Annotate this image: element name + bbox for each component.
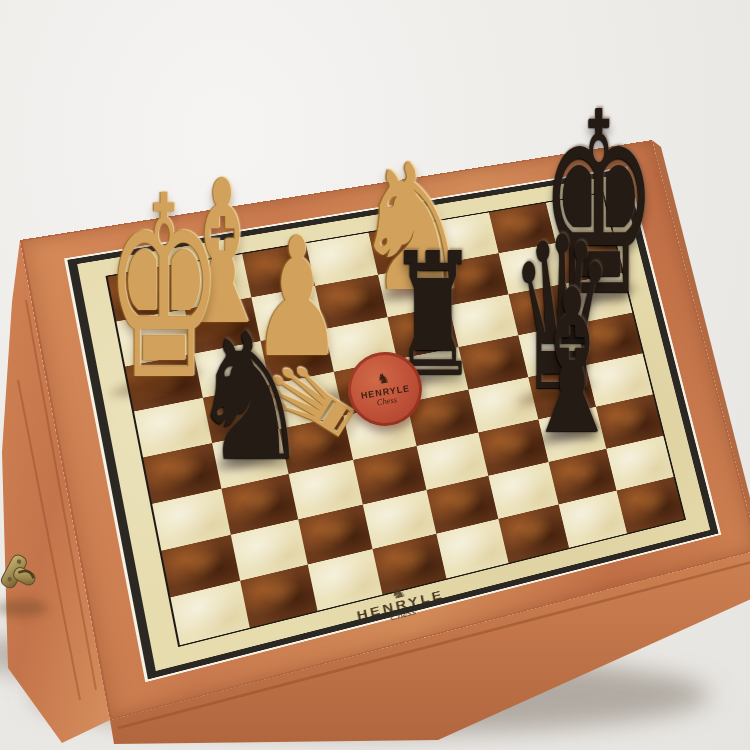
felt-subtitle: Chess [376, 396, 398, 409]
piece-black-knight[interactable]: ♞ [189, 309, 311, 484]
photo-backdrop: ♞ HENRYLE Chess ♚♝♟♞♛♞ HENRYLE Chess♜♞♛♝… [0, 0, 750, 750]
piece-black-bishop[interactable]: ♝ [523, 264, 622, 462]
